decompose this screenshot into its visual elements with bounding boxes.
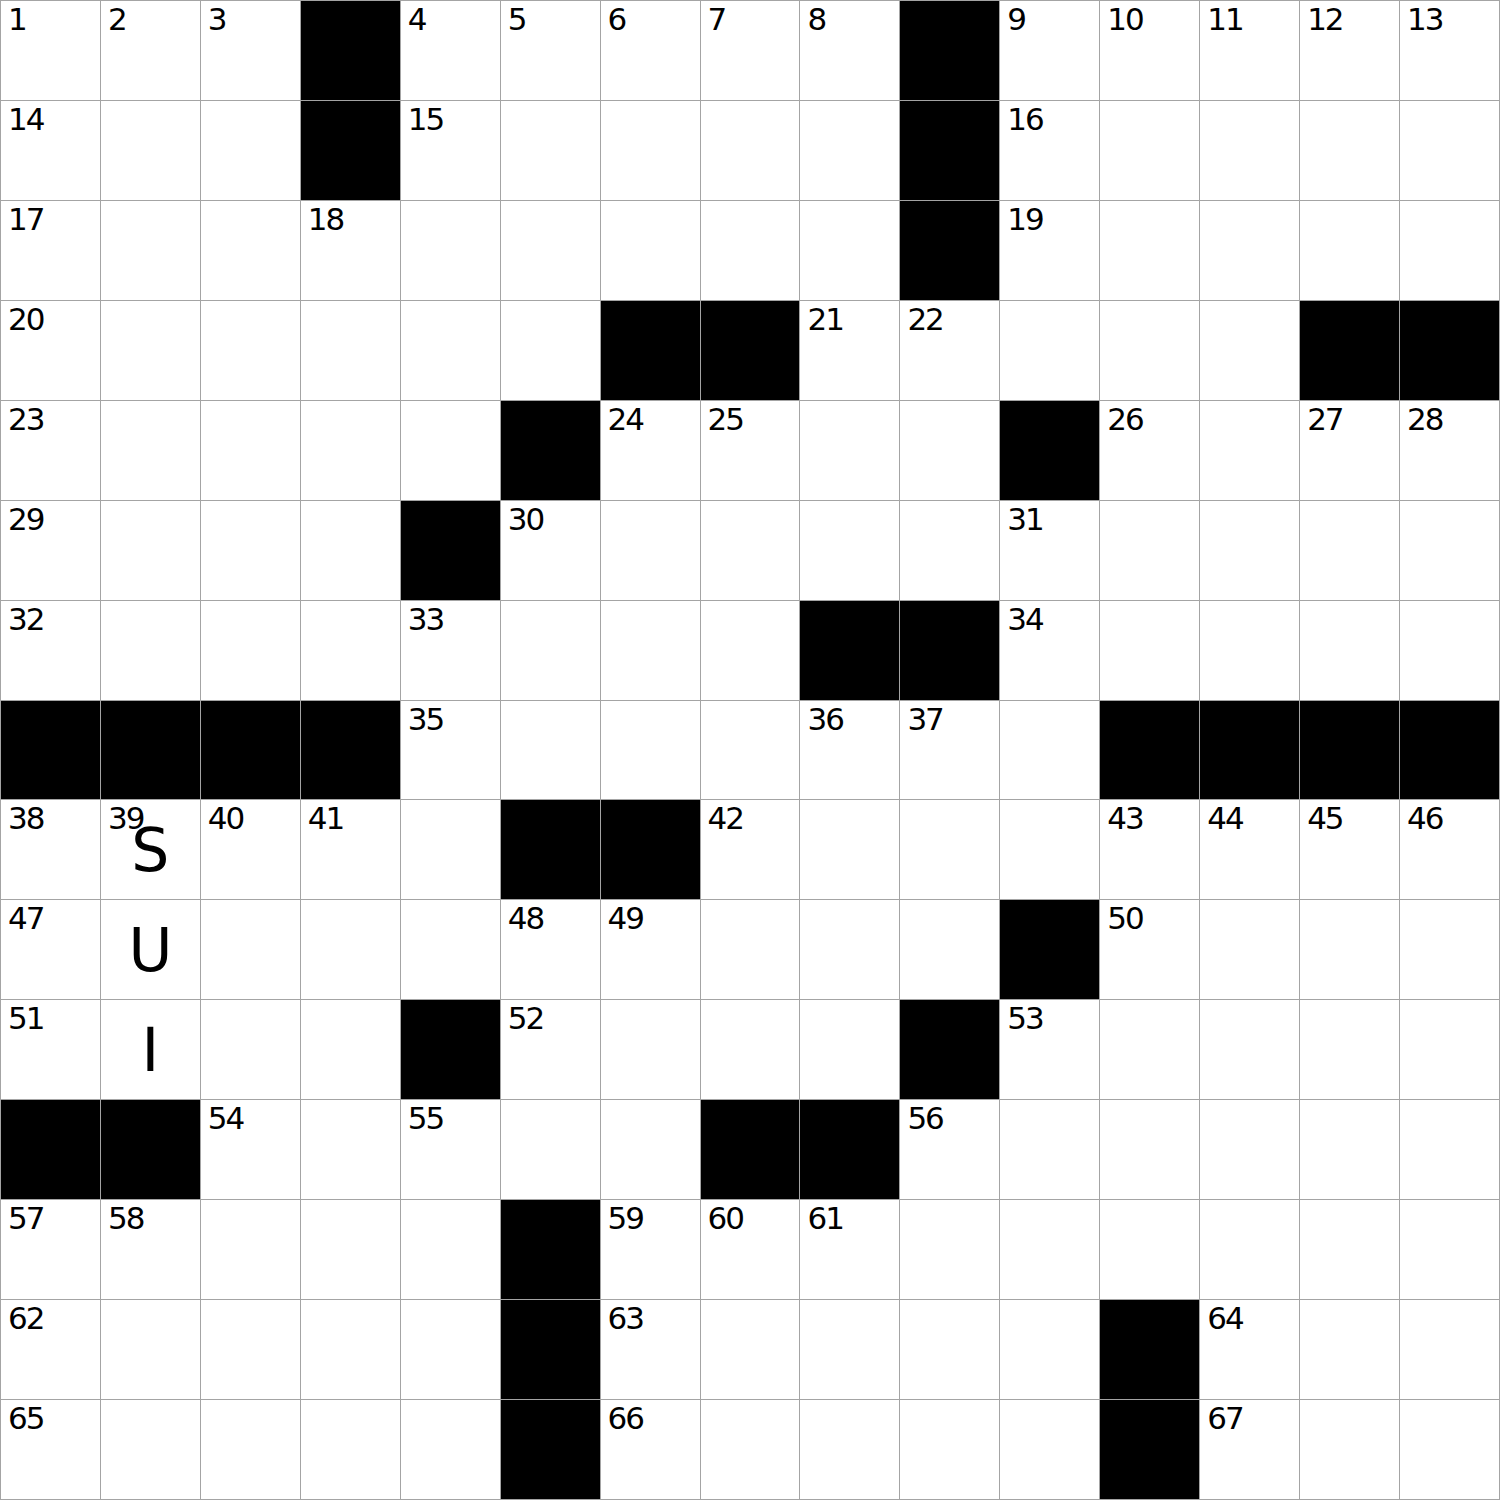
- clue-number-54: 54: [208, 1103, 243, 1134]
- cell-r8c5[interactable]: 35: [401, 701, 500, 800]
- cell-r5c5[interactable]: [401, 401, 500, 500]
- cell-r4c2[interactable]: [101, 301, 200, 400]
- cell-r13c14[interactable]: [1300, 1200, 1399, 1299]
- cell-r8c11[interactable]: [1000, 701, 1099, 800]
- cell-r1c2[interactable]: 2: [101, 1, 200, 100]
- cell-r7c1[interactable]: 32: [1, 601, 100, 700]
- cell-r13c11[interactable]: [1000, 1200, 1099, 1299]
- cell-r15c7[interactable]: 66: [601, 1400, 700, 1499]
- black-cell-r4c7: [601, 301, 700, 400]
- black-cell-r8c14: [1300, 701, 1399, 800]
- cell-r14c3[interactable]: [201, 1300, 300, 1399]
- black-cell-r14c12: [1100, 1300, 1199, 1399]
- cell-r3c14[interactable]: [1300, 201, 1399, 300]
- cell-r15c1[interactable]: 65: [1, 1400, 100, 1499]
- clue-number-8: 8: [807, 4, 825, 35]
- cell-r12c10[interactable]: 56: [900, 1100, 999, 1199]
- black-cell-r9c6: [501, 800, 600, 899]
- clue-number-40: 40: [208, 803, 243, 834]
- clue-number-32: 32: [8, 604, 43, 635]
- cell-r14c4[interactable]: [301, 1300, 400, 1399]
- cell-r11c9[interactable]: [800, 1000, 899, 1099]
- cell-r9c15[interactable]: 46: [1400, 800, 1499, 899]
- black-cell-r4c15: [1400, 301, 1499, 400]
- cell-r14c14[interactable]: [1300, 1300, 1399, 1399]
- black-cell-r6c5: [401, 501, 500, 600]
- cell-r12c6[interactable]: [501, 1100, 600, 1199]
- black-cell-r7c9: [800, 601, 899, 700]
- black-cell-r5c6: [501, 401, 600, 500]
- cell-r10c6[interactable]: 48: [501, 900, 600, 999]
- clue-number-37: 37: [907, 704, 942, 735]
- cell-r11c14[interactable]: [1300, 1000, 1399, 1099]
- cell-r9c10[interactable]: [900, 800, 999, 899]
- black-cell-r15c6: [501, 1400, 600, 1499]
- clue-number-3: 3: [208, 4, 226, 35]
- black-cell-r8c15: [1400, 701, 1499, 800]
- cell-r15c3[interactable]: [201, 1400, 300, 1499]
- cell-r1c14[interactable]: 12: [1300, 1, 1399, 100]
- black-cell-r7c10: [900, 601, 999, 700]
- cell-r10c10[interactable]: [900, 900, 999, 999]
- cell-r14c9[interactable]: [800, 1300, 899, 1399]
- cell-r7c3[interactable]: [201, 601, 300, 700]
- cell-r6c14[interactable]: [1300, 501, 1399, 600]
- cell-r5c3[interactable]: [201, 401, 300, 500]
- cell-r14c11[interactable]: [1000, 1300, 1099, 1399]
- clue-number-19: 19: [1007, 204, 1042, 235]
- black-cell-r8c12: [1100, 701, 1199, 800]
- cell-r5c1[interactable]: 23: [1, 401, 100, 500]
- clue-number-12: 12: [1307, 4, 1342, 35]
- cell-r13c10[interactable]: [900, 1200, 999, 1299]
- cell-r9c1[interactable]: 38: [1, 800, 100, 899]
- cell-r13c13[interactable]: [1200, 1200, 1299, 1299]
- cell-r6c6[interactable]: 30: [501, 501, 600, 600]
- cell-r14c13[interactable]: 64: [1200, 1300, 1299, 1399]
- clue-number-56: 56: [907, 1103, 942, 1134]
- cell-r15c9[interactable]: [800, 1400, 899, 1499]
- clue-number-66: 66: [608, 1403, 643, 1434]
- black-cell-r8c2: [101, 701, 200, 800]
- clue-number-38: 38: [8, 803, 43, 834]
- clue-number-64: 64: [1207, 1303, 1242, 1334]
- black-cell-r8c4: [301, 701, 400, 800]
- cell-r11c15[interactable]: [1400, 1000, 1499, 1099]
- cell-r13c12[interactable]: [1100, 1200, 1199, 1299]
- cell-r9c11[interactable]: [1000, 800, 1099, 899]
- cell-r3c11[interactable]: 19: [1000, 201, 1099, 300]
- cell-r2c11[interactable]: 16: [1000, 101, 1099, 200]
- clue-number-55: 55: [408, 1103, 443, 1134]
- cell-r3c15[interactable]: [1400, 201, 1499, 300]
- cell-r11c8[interactable]: [701, 1000, 800, 1099]
- cell-r4c4[interactable]: [301, 301, 400, 400]
- clue-number-44: 44: [1207, 803, 1242, 834]
- cell-r2c3[interactable]: [201, 101, 300, 200]
- cell-r14c8[interactable]: [701, 1300, 800, 1399]
- cell-r5c13[interactable]: [1200, 401, 1299, 500]
- cell-r6c12[interactable]: [1100, 501, 1199, 600]
- cell-r9c5[interactable]: [401, 800, 500, 899]
- cell-r1c3[interactable]: 3: [201, 1, 300, 100]
- cell-r5c15[interactable]: 28: [1400, 401, 1499, 500]
- cell-r10c12[interactable]: 50: [1100, 900, 1199, 999]
- cell-r7c5[interactable]: 33: [401, 601, 500, 700]
- cell-r5c14[interactable]: 27: [1300, 401, 1399, 500]
- clue-number-48: 48: [508, 903, 543, 934]
- cell-r4c9[interactable]: 21: [800, 301, 899, 400]
- cell-r4c12[interactable]: [1100, 301, 1199, 400]
- cell-r3c2[interactable]: [101, 201, 200, 300]
- cell-r8c10[interactable]: 37: [900, 701, 999, 800]
- cell-r9c9[interactable]: [800, 800, 899, 899]
- cell-r4c1[interactable]: 20: [1, 301, 100, 400]
- black-cell-r1c10: [900, 1, 999, 100]
- cell-r14c7[interactable]: 63: [601, 1300, 700, 1399]
- clue-number-1: 1: [8, 4, 26, 35]
- cell-r7c15[interactable]: [1400, 601, 1499, 700]
- cell-r10c5[interactable]: [401, 900, 500, 999]
- cell-r13c9[interactable]: 61: [800, 1200, 899, 1299]
- cell-r11c11[interactable]: 53: [1000, 1000, 1099, 1099]
- black-cell-r11c10: [900, 1000, 999, 1099]
- cell-r1c12[interactable]: 10: [1100, 1, 1199, 100]
- cell-r11c2[interactable]: I: [101, 1000, 200, 1099]
- cell-r1c7[interactable]: 6: [601, 1, 700, 100]
- cell-r9c14[interactable]: 45: [1300, 800, 1399, 899]
- clue-number-16: 16: [1007, 104, 1042, 135]
- clue-number-27: 27: [1307, 404, 1342, 435]
- clue-number-49: 49: [608, 903, 643, 934]
- clue-number-53: 53: [1007, 1003, 1042, 1034]
- cell-r1c11[interactable]: 9: [1000, 1, 1099, 100]
- black-cell-r3c10: [900, 201, 999, 300]
- cell-r9c12[interactable]: 43: [1100, 800, 1199, 899]
- cell-r4c10[interactable]: 22: [900, 301, 999, 400]
- clue-number-60: 60: [708, 1203, 743, 1234]
- cell-r3c12[interactable]: [1100, 201, 1199, 300]
- black-cell-r8c13: [1200, 701, 1299, 800]
- cell-r10c9[interactable]: [800, 900, 899, 999]
- cell-r4c11[interactable]: [1000, 301, 1099, 400]
- cell-r8c6[interactable]: [501, 701, 600, 800]
- cell-r6c4[interactable]: [301, 501, 400, 600]
- cell-r10c7[interactable]: 49: [601, 900, 700, 999]
- black-cell-r14c6: [501, 1300, 600, 1399]
- clue-number-34: 34: [1007, 604, 1042, 635]
- cell-r3c8[interactable]: [701, 201, 800, 300]
- cell-r13c5[interactable]: [401, 1200, 500, 1299]
- cell-r2c6[interactable]: [501, 101, 600, 200]
- black-cell-r8c1: [1, 701, 100, 800]
- cell-r4c6[interactable]: [501, 301, 600, 400]
- black-cell-r12c2: [101, 1100, 200, 1199]
- cell-r2c9[interactable]: [800, 101, 899, 200]
- cell-r12c14[interactable]: [1300, 1100, 1399, 1199]
- cell-r8c9[interactable]: 36: [800, 701, 899, 800]
- cell-letter: S: [101, 800, 200, 899]
- cell-r7c2[interactable]: [101, 601, 200, 700]
- clue-number-45: 45: [1307, 803, 1342, 834]
- black-cell-r1c4: [301, 1, 400, 100]
- cell-r7c8[interactable]: [701, 601, 800, 700]
- clue-number-25: 25: [708, 404, 743, 435]
- cell-r1c13[interactable]: 11: [1200, 1, 1299, 100]
- cell-r14c10[interactable]: [900, 1300, 999, 1399]
- black-cell-r12c9: [800, 1100, 899, 1199]
- clue-number-51: 51: [8, 1003, 43, 1034]
- cell-r15c8[interactable]: [701, 1400, 800, 1499]
- clue-number-58: 58: [108, 1203, 143, 1234]
- cell-r5c7[interactable]: 24: [601, 401, 700, 500]
- cell-r10c1[interactable]: 47: [1, 900, 100, 999]
- black-cell-r4c14: [1300, 301, 1399, 400]
- cell-r5c4[interactable]: [301, 401, 400, 500]
- cell-r9c8[interactable]: 42: [701, 800, 800, 899]
- cell-r2c14[interactable]: [1300, 101, 1399, 200]
- black-cell-r12c8: [701, 1100, 800, 1199]
- black-cell-r13c6: [501, 1200, 600, 1299]
- black-cell-r11c5: [401, 1000, 500, 1099]
- cell-r13c4[interactable]: [301, 1200, 400, 1299]
- cell-r3c7[interactable]: [601, 201, 700, 300]
- cell-r5c8[interactable]: 25: [701, 401, 800, 500]
- cell-r3c9[interactable]: [800, 201, 899, 300]
- cell-r7c13[interactable]: [1200, 601, 1299, 700]
- clue-number-43: 43: [1107, 803, 1142, 834]
- black-cell-r2c4: [301, 101, 400, 200]
- cell-r9c3[interactable]: 40: [201, 800, 300, 899]
- clue-number-29: 29: [8, 504, 43, 535]
- cell-r3c6[interactable]: [501, 201, 600, 300]
- cell-r15c15[interactable]: [1400, 1400, 1499, 1499]
- cell-r8c7[interactable]: [601, 701, 700, 800]
- cell-r15c13[interactable]: 67: [1200, 1400, 1299, 1499]
- clue-number-5: 5: [508, 4, 526, 35]
- cell-r9c13[interactable]: 44: [1200, 800, 1299, 899]
- cell-r15c11[interactable]: [1000, 1400, 1099, 1499]
- cell-r1c9[interactable]: 8: [800, 1, 899, 100]
- cell-r7c11[interactable]: 34: [1000, 601, 1099, 700]
- cell-r12c7[interactable]: [601, 1100, 700, 1199]
- clue-number-7: 7: [708, 4, 726, 35]
- black-cell-r12c1: [1, 1100, 100, 1199]
- cell-r2c2[interactable]: [101, 101, 200, 200]
- clue-number-35: 35: [408, 704, 443, 735]
- cell-r4c3[interactable]: [201, 301, 300, 400]
- clue-number-30: 30: [508, 504, 543, 535]
- clue-number-36: 36: [807, 704, 842, 735]
- clue-number-57: 57: [8, 1203, 43, 1234]
- clue-number-6: 6: [608, 4, 626, 35]
- clue-number-9: 9: [1007, 4, 1025, 35]
- clue-number-15: 15: [408, 104, 443, 135]
- clue-number-21: 21: [807, 304, 842, 335]
- cell-r3c4[interactable]: 18: [301, 201, 400, 300]
- cell-r12c4[interactable]: [301, 1100, 400, 1199]
- cell-r7c4[interactable]: [301, 601, 400, 700]
- cell-r7c7[interactable]: [601, 601, 700, 700]
- cell-r2c12[interactable]: [1100, 101, 1199, 200]
- cell-r6c8[interactable]: [701, 501, 800, 600]
- clue-number-33: 33: [408, 604, 443, 635]
- clue-number-59: 59: [608, 1203, 643, 1234]
- cell-r14c15[interactable]: [1400, 1300, 1499, 1399]
- cell-letter: I: [101, 1000, 200, 1099]
- cell-r15c5[interactable]: [401, 1400, 500, 1499]
- cell-r13c1[interactable]: 57: [1, 1200, 100, 1299]
- cell-r10c15[interactable]: [1400, 900, 1499, 999]
- cell-r2c1[interactable]: 14: [1, 101, 100, 200]
- cell-r9c2[interactable]: 39S: [101, 800, 200, 899]
- black-cell-r8c3: [201, 701, 300, 800]
- cell-r14c2[interactable]: [101, 1300, 200, 1399]
- cell-r6c2[interactable]: [101, 501, 200, 600]
- clue-number-10: 10: [1107, 4, 1142, 35]
- cell-r7c14[interactable]: [1300, 601, 1399, 700]
- cell-r11c3[interactable]: [201, 1000, 300, 1099]
- cell-r1c1[interactable]: 1: [1, 1, 100, 100]
- cell-r2c5[interactable]: 15: [401, 101, 500, 200]
- cell-r11c6[interactable]: 52: [501, 1000, 600, 1099]
- cell-r10c8[interactable]: [701, 900, 800, 999]
- black-cell-r10c11: [1000, 900, 1099, 999]
- cell-r11c4[interactable]: [301, 1000, 400, 1099]
- cell-r6c7[interactable]: [601, 501, 700, 600]
- clue-number-11: 11: [1207, 4, 1242, 35]
- clue-number-47: 47: [8, 903, 43, 934]
- clue-number-31: 31: [1007, 504, 1042, 535]
- cell-r13c8[interactable]: 60: [701, 1200, 800, 1299]
- cell-r10c14[interactable]: [1300, 900, 1399, 999]
- clue-number-26: 26: [1107, 404, 1142, 435]
- cell-r13c2[interactable]: 58: [101, 1200, 200, 1299]
- cell-r1c8[interactable]: 7: [701, 1, 800, 100]
- cell-r14c5[interactable]: [401, 1300, 500, 1399]
- cell-r6c10[interactable]: [900, 501, 999, 600]
- cell-r3c3[interactable]: [201, 201, 300, 300]
- cell-r6c15[interactable]: [1400, 501, 1499, 600]
- cell-r14c1[interactable]: 62: [1, 1300, 100, 1399]
- clue-number-23: 23: [8, 404, 43, 435]
- cell-r3c13[interactable]: [1200, 201, 1299, 300]
- cell-r11c1[interactable]: 51: [1, 1000, 100, 1099]
- cell-r6c1[interactable]: 29: [1, 501, 100, 600]
- clue-number-52: 52: [508, 1003, 543, 1034]
- crossword-grid: 1234567891011121314151617181920212223242…: [0, 0, 1500, 1500]
- clue-number-13: 13: [1407, 4, 1442, 35]
- cell-r11c7[interactable]: [601, 1000, 700, 1099]
- cell-r13c15[interactable]: [1400, 1200, 1499, 1299]
- cell-r1c5[interactable]: 4: [401, 1, 500, 100]
- cell-r15c14[interactable]: [1300, 1400, 1399, 1499]
- cell-r5c12[interactable]: 26: [1100, 401, 1199, 500]
- black-cell-r2c10: [900, 101, 999, 200]
- black-cell-r4c8: [701, 301, 800, 400]
- cell-r9c4[interactable]: 41: [301, 800, 400, 899]
- cell-r6c3[interactable]: [201, 501, 300, 600]
- cell-r12c5[interactable]: 55: [401, 1100, 500, 1199]
- clue-number-42: 42: [708, 803, 743, 834]
- clue-number-17: 17: [8, 204, 43, 235]
- clue-number-65: 65: [8, 1403, 43, 1434]
- cell-r8c8[interactable]: [701, 701, 800, 800]
- black-cell-r9c7: [601, 800, 700, 899]
- cell-r11c12[interactable]: [1100, 1000, 1199, 1099]
- clue-number-18: 18: [308, 204, 343, 235]
- clue-number-50: 50: [1107, 903, 1142, 934]
- cell-r2c13[interactable]: [1200, 101, 1299, 200]
- clue-number-28: 28: [1407, 404, 1442, 435]
- cell-r3c1[interactable]: 17: [1, 201, 100, 300]
- cell-r6c13[interactable]: [1200, 501, 1299, 600]
- cell-letter: U: [101, 900, 200, 999]
- cell-r12c15[interactable]: [1400, 1100, 1499, 1199]
- cell-r2c7[interactable]: [601, 101, 700, 200]
- clue-number-14: 14: [8, 104, 43, 135]
- cell-r10c13[interactable]: [1200, 900, 1299, 999]
- clue-number-46: 46: [1407, 803, 1442, 834]
- cell-r10c4[interactable]: [301, 900, 400, 999]
- black-cell-r5c11: [1000, 401, 1099, 500]
- cell-r15c4[interactable]: [301, 1400, 400, 1499]
- cell-r10c3[interactable]: [201, 900, 300, 999]
- clue-number-4: 4: [408, 4, 426, 35]
- cell-r1c15[interactable]: 13: [1400, 1, 1499, 100]
- cell-r6c11[interactable]: 31: [1000, 501, 1099, 600]
- cell-r10c2[interactable]: U: [101, 900, 200, 999]
- cell-r1c6[interactable]: 5: [501, 1, 600, 100]
- cell-r4c5[interactable]: [401, 301, 500, 400]
- clue-number-41: 41: [308, 803, 343, 834]
- cell-r6c9[interactable]: [800, 501, 899, 600]
- cell-r12c12[interactable]: [1100, 1100, 1199, 1199]
- clue-number-22: 22: [907, 304, 942, 335]
- cell-r5c10[interactable]: [900, 401, 999, 500]
- cell-r13c7[interactable]: 59: [601, 1200, 700, 1299]
- clue-number-24: 24: [608, 404, 643, 435]
- cell-r13c3[interactable]: [201, 1200, 300, 1299]
- cell-r5c9[interactable]: [800, 401, 899, 500]
- clue-number-20: 20: [8, 304, 43, 335]
- clue-number-61: 61: [807, 1203, 842, 1234]
- cell-r2c15[interactable]: [1400, 101, 1499, 200]
- cell-r5c2[interactable]: [101, 401, 200, 500]
- cell-r3c5[interactable]: [401, 201, 500, 300]
- cell-r4c13[interactable]: [1200, 301, 1299, 400]
- cell-r12c11[interactable]: [1000, 1100, 1099, 1199]
- cell-r11c13[interactable]: [1200, 1000, 1299, 1099]
- cell-r15c10[interactable]: [900, 1400, 999, 1499]
- cell-r12c13[interactable]: [1200, 1100, 1299, 1199]
- clue-number-63: 63: [608, 1303, 643, 1334]
- cell-r7c6[interactable]: [501, 601, 600, 700]
- clue-number-67: 67: [1207, 1403, 1242, 1434]
- black-cell-r15c12: [1100, 1400, 1199, 1499]
- cell-r7c12[interactable]: [1100, 601, 1199, 700]
- clue-number-62: 62: [8, 1303, 43, 1334]
- cell-r12c3[interactable]: 54: [201, 1100, 300, 1199]
- cell-r2c8[interactable]: [701, 101, 800, 200]
- crossword-board: 1234567891011121314151617181920212223242…: [0, 0, 1500, 1500]
- cell-r15c2[interactable]: [101, 1400, 200, 1499]
- clue-number-2: 2: [108, 4, 126, 35]
